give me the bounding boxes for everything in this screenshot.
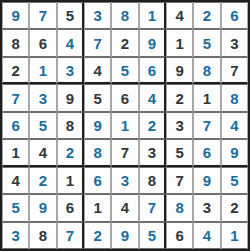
cell-r2c8[interactable]: 5 (193, 29, 220, 56)
cell-r4c9[interactable]: 8 (221, 84, 248, 111)
cell-r8c1[interactable]: 5 (2, 194, 29, 221)
cell-r8c8[interactable]: 3 (193, 194, 220, 221)
cell-r1c9[interactable]: 6 (221, 2, 248, 29)
cell-r5c3[interactable]: 8 (57, 112, 84, 139)
cell-r4c5[interactable]: 6 (111, 84, 138, 111)
cell-r2c1[interactable]: 8 (2, 29, 29, 56)
cell-r9c5[interactable]: 9 (111, 222, 138, 249)
cell-r9c7[interactable]: 6 (166, 222, 193, 249)
cell-r9c4[interactable]: 2 (84, 222, 111, 249)
cell-r6c7[interactable]: 5 (166, 139, 193, 166)
sudoku-board: 9753814268647291532134569877395642186589… (0, 0, 250, 251)
cell-r5c2[interactable]: 5 (29, 112, 56, 139)
cell-r9c3[interactable]: 7 (57, 222, 84, 249)
cell-r5c9[interactable]: 4 (221, 112, 248, 139)
cell-r6c4[interactable]: 8 (84, 139, 111, 166)
cell-r7c5[interactable]: 3 (111, 167, 138, 194)
cell-r9c2[interactable]: 8 (29, 222, 56, 249)
cell-r4c4[interactable]: 5 (84, 84, 111, 111)
cell-r8c4[interactable]: 1 (84, 194, 111, 221)
cell-r4c6[interactable]: 4 (139, 84, 166, 111)
cell-r9c1[interactable]: 3 (2, 222, 29, 249)
cell-r4c2[interactable]: 3 (29, 84, 56, 111)
cell-r3c6[interactable]: 6 (139, 57, 166, 84)
cell-r3c4[interactable]: 4 (84, 57, 111, 84)
cell-r8c9[interactable]: 2 (221, 194, 248, 221)
cell-r5c5[interactable]: 1 (111, 112, 138, 139)
cell-r9c8[interactable]: 4 (193, 222, 220, 249)
cell-r5c4[interactable]: 9 (84, 112, 111, 139)
cell-r7c7[interactable]: 7 (166, 167, 193, 194)
cell-r8c7[interactable]: 8 (166, 194, 193, 221)
cell-r8c5[interactable]: 4 (111, 194, 138, 221)
cell-r7c4[interactable]: 6 (84, 167, 111, 194)
cell-r1c8[interactable]: 2 (193, 2, 220, 29)
cell-r6c6[interactable]: 3 (139, 139, 166, 166)
cell-r2c5[interactable]: 2 (111, 29, 138, 56)
cell-r2c3[interactable]: 4 (57, 29, 84, 56)
cell-r9c9[interactable]: 1 (221, 222, 248, 249)
cell-r5c1[interactable]: 6 (2, 112, 29, 139)
cell-r2c2[interactable]: 6 (29, 29, 56, 56)
cell-r5c8[interactable]: 7 (193, 112, 220, 139)
cell-r2c7[interactable]: 1 (166, 29, 193, 56)
cell-r6c8[interactable]: 6 (193, 139, 220, 166)
cell-r3c2[interactable]: 1 (29, 57, 56, 84)
cell-r6c1[interactable]: 1 (2, 139, 29, 166)
cell-r4c8[interactable]: 1 (193, 84, 220, 111)
cell-r6c3[interactable]: 2 (57, 139, 84, 166)
cell-r7c9[interactable]: 5 (221, 167, 248, 194)
cell-r8c6[interactable]: 7 (139, 194, 166, 221)
cell-r9c6[interactable]: 5 (139, 222, 166, 249)
cell-r7c6[interactable]: 8 (139, 167, 166, 194)
cell-r4c7[interactable]: 2 (166, 84, 193, 111)
cell-r6c5[interactable]: 7 (111, 139, 138, 166)
cell-r1c1[interactable]: 9 (2, 2, 29, 29)
cell-r4c1[interactable]: 7 (2, 84, 29, 111)
cell-r5c7[interactable]: 3 (166, 112, 193, 139)
cell-r1c6[interactable]: 1 (139, 2, 166, 29)
cell-r1c5[interactable]: 8 (111, 2, 138, 29)
cell-r1c2[interactable]: 7 (29, 2, 56, 29)
cell-r8c3[interactable]: 6 (57, 194, 84, 221)
cell-r5c6[interactable]: 2 (139, 112, 166, 139)
cell-r3c8[interactable]: 8 (193, 57, 220, 84)
cell-r3c7[interactable]: 9 (166, 57, 193, 84)
cell-r3c1[interactable]: 2 (2, 57, 29, 84)
cell-r3c5[interactable]: 5 (111, 57, 138, 84)
cell-r3c3[interactable]: 3 (57, 57, 84, 84)
cell-r7c8[interactable]: 9 (193, 167, 220, 194)
cell-r1c7[interactable]: 4 (166, 2, 193, 29)
cell-r7c1[interactable]: 4 (2, 167, 29, 194)
cell-r3c9[interactable]: 7 (221, 57, 248, 84)
cell-r4c3[interactable]: 9 (57, 84, 84, 111)
cell-r2c6[interactable]: 9 (139, 29, 166, 56)
cell-r6c2[interactable]: 4 (29, 139, 56, 166)
cell-r8c2[interactable]: 9 (29, 194, 56, 221)
cell-r6c9[interactable]: 9 (221, 139, 248, 166)
cell-r1c4[interactable]: 3 (84, 2, 111, 29)
cell-r2c4[interactable]: 7 (84, 29, 111, 56)
cell-r7c2[interactable]: 2 (29, 167, 56, 194)
cell-r1c3[interactable]: 5 (57, 2, 84, 29)
cell-r2c9[interactable]: 3 (221, 29, 248, 56)
cell-r7c3[interactable]: 1 (57, 167, 84, 194)
